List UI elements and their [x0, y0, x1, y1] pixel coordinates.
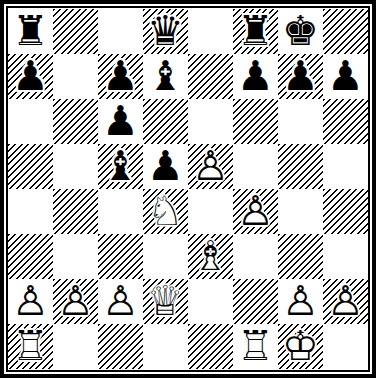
piece-white-pawn-e5: ♙	[188, 144, 233, 189]
square-g5	[278, 144, 323, 189]
piece-white-pawn-a2: ♙	[8, 279, 53, 324]
square-b3	[53, 234, 98, 279]
square-h1	[323, 324, 368, 369]
square-a2: ♟♙	[8, 279, 53, 324]
piece-black-rook-f8: ♜	[233, 9, 278, 54]
square-f8: ♜	[233, 9, 278, 54]
square-h5	[323, 144, 368, 189]
square-f2	[233, 279, 278, 324]
square-f1: ♜♖	[233, 324, 278, 369]
piece-black-pawn-f7: ♟	[233, 54, 278, 99]
piece-white-king-g1: ♔	[278, 324, 323, 369]
square-d1	[143, 324, 188, 369]
square-f3	[233, 234, 278, 279]
square-c4	[98, 189, 143, 234]
piece-black-pawn-h7: ♟	[323, 54, 368, 99]
piece-white-rook-a1: ♖	[8, 324, 53, 369]
square-d6	[143, 99, 188, 144]
square-b6	[53, 99, 98, 144]
square-a3	[8, 234, 53, 279]
piece-white-pawn-h2: ♙	[323, 279, 368, 324]
piece-black-rook-a8: ♜	[8, 9, 53, 54]
square-f6	[233, 99, 278, 144]
square-h4	[323, 189, 368, 234]
square-d8: ♛	[143, 9, 188, 54]
piece-black-bishop-c5: ♝	[98, 144, 143, 189]
square-h6	[323, 99, 368, 144]
square-h7: ♟	[323, 54, 368, 99]
piece-white-pawn-g2: ♙	[278, 279, 323, 324]
square-d3	[143, 234, 188, 279]
square-g1: ♚♔	[278, 324, 323, 369]
square-d2: ♛♕	[143, 279, 188, 324]
piece-black-pawn-c7: ♟	[98, 54, 143, 99]
square-b4	[53, 189, 98, 234]
square-h3	[323, 234, 368, 279]
square-f4: ♟♙	[233, 189, 278, 234]
piece-black-queen-d8: ♛	[143, 9, 188, 54]
square-a5	[8, 144, 53, 189]
piece-white-bishop-e3: ♗	[188, 234, 233, 279]
square-e6	[188, 99, 233, 144]
square-a1: ♜♖	[8, 324, 53, 369]
square-e3: ♝♗	[188, 234, 233, 279]
square-g7: ♟	[278, 54, 323, 99]
piece-black-king-g8: ♚	[278, 9, 323, 54]
piece-white-pawn-c2: ♙	[98, 279, 143, 324]
square-c2: ♟♙	[98, 279, 143, 324]
chess-board: ♜♛♜♚♟♟♝♟♟♟♟♝♟♟♙♞♘♟♙♝♗♟♙♟♙♟♙♛♕♟♙♟♙♜♖♜♖♚♔	[8, 9, 368, 369]
square-e2	[188, 279, 233, 324]
piece-black-pawn-d5: ♟	[143, 144, 188, 189]
square-b5	[53, 144, 98, 189]
square-a7: ♟	[8, 54, 53, 99]
square-e4	[188, 189, 233, 234]
square-g4	[278, 189, 323, 234]
square-c7: ♟	[98, 54, 143, 99]
square-a8: ♜	[8, 9, 53, 54]
square-f7: ♟	[233, 54, 278, 99]
square-d7: ♝	[143, 54, 188, 99]
square-g8: ♚	[278, 9, 323, 54]
square-c3	[98, 234, 143, 279]
square-c1	[98, 324, 143, 369]
square-e7	[188, 54, 233, 99]
piece-black-pawn-a7: ♟	[8, 54, 53, 99]
piece-white-pawn-b2: ♙	[53, 279, 98, 324]
piece-white-pawn-f4: ♙	[233, 189, 278, 234]
square-b7	[53, 54, 98, 99]
square-b1	[53, 324, 98, 369]
square-g3	[278, 234, 323, 279]
square-d5: ♟	[143, 144, 188, 189]
square-e8	[188, 9, 233, 54]
square-g6	[278, 99, 323, 144]
piece-black-pawn-c6: ♟	[98, 99, 143, 144]
square-c8	[98, 9, 143, 54]
piece-white-rook-f1: ♖	[233, 324, 278, 369]
square-e1	[188, 324, 233, 369]
piece-white-queen-d2: ♕	[143, 279, 188, 324]
square-c5: ♝	[98, 144, 143, 189]
square-g2: ♟♙	[278, 279, 323, 324]
board-inner-frame: ♜♛♜♚♟♟♝♟♟♟♟♝♟♟♙♞♘♟♙♝♗♟♙♟♙♟♙♛♕♟♙♟♙♜♖♜♖♚♔	[6, 6, 370, 372]
square-a6	[8, 99, 53, 144]
square-f5	[233, 144, 278, 189]
piece-black-pawn-g7: ♟	[278, 54, 323, 99]
square-e5: ♟♙	[188, 144, 233, 189]
square-c6: ♟	[98, 99, 143, 144]
diagram-frame: ♜♛♜♚♟♟♝♟♟♟♟♝♟♟♙♞♘♟♙♝♗♟♙♟♙♟♙♛♕♟♙♟♙♜♖♜♖♚♔	[0, 0, 376, 378]
square-h8	[323, 9, 368, 54]
square-b2: ♟♙	[53, 279, 98, 324]
square-b8	[53, 9, 98, 54]
piece-white-knight-d4: ♘	[143, 189, 188, 234]
square-d4: ♞♘	[143, 189, 188, 234]
square-h2: ♟♙	[323, 279, 368, 324]
square-a4	[8, 189, 53, 234]
piece-black-bishop-d7: ♝	[143, 54, 188, 99]
